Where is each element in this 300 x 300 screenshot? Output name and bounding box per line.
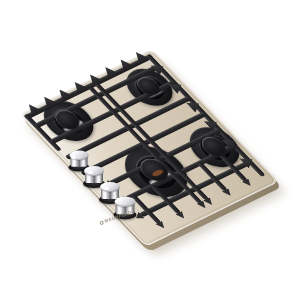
knob-top-cap	[115, 196, 136, 207]
knob-top-cap	[84, 166, 104, 176]
cooktop-surface	[19, 49, 279, 247]
light-reflection	[88, 171, 93, 174]
light-reflection	[71, 156, 76, 159]
light-reflection	[104, 187, 109, 190]
knob-top-cap	[100, 182, 120, 192]
product-photo: MAUNFELD	[0, 0, 300, 300]
